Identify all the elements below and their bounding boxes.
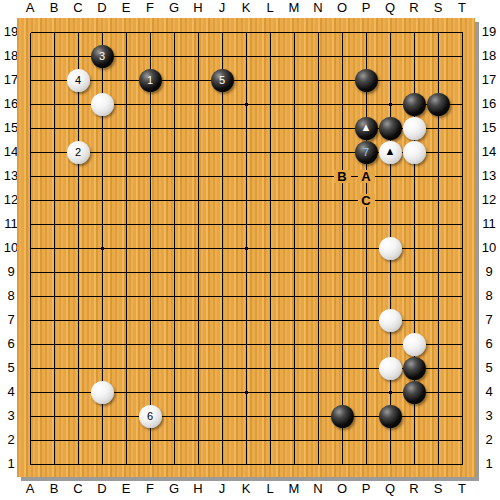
triangle-mark-icon: ▲ (361, 122, 372, 134)
stone-black-P15[interactable]: ▲ (355, 117, 378, 140)
coord-label: J (210, 481, 234, 497)
move-number: 2 (75, 147, 81, 158)
coord-label: O (330, 481, 354, 497)
coord-label: C (66, 481, 90, 497)
stone-white-Q14[interactable]: ▲ (379, 141, 402, 164)
stone-black-R4[interactable] (403, 381, 426, 404)
coord-label: E (114, 481, 138, 497)
coord-label: M (282, 481, 306, 497)
move-number: 3 (99, 51, 105, 62)
go-diagram-screen: ABCDEFGHJKLMNOPQRST ABCDEFGHJKLMNOPQRST … (0, 0, 500, 500)
coord-label: Q (378, 481, 402, 497)
coord-label: F (138, 481, 162, 497)
move-number: 1 (147, 75, 153, 86)
stone-black-O3[interactable] (331, 405, 354, 428)
coord-label: O (330, 0, 354, 16)
coord-label: 15 (478, 120, 500, 136)
coord-label: B (42, 0, 66, 16)
letter-marker-A[interactable]: A (358, 170, 375, 183)
stone-black-P14[interactable]: 7 (355, 141, 378, 164)
coord-label: H (186, 481, 210, 497)
stone-white-R15[interactable] (403, 117, 426, 140)
stone-white-Q7[interactable] (379, 309, 402, 332)
coord-label: N (306, 0, 330, 16)
board-intersections: 3415▲27▲6BAC (18, 20, 474, 476)
coord-label: 7 (478, 312, 500, 328)
stone-black-D18[interactable]: 3 (91, 45, 114, 68)
go-board[interactable]: 3415▲27▲6BAC (17, 18, 475, 477)
stone-white-R14[interactable] (403, 141, 426, 164)
coord-label: 16 (478, 96, 500, 112)
stone-black-F17[interactable]: 1 (139, 69, 162, 92)
coord-label: 8 (478, 288, 500, 304)
coord-label: D (90, 481, 114, 497)
coord-label: 10 (478, 240, 500, 256)
stone-white-F3[interactable]: 6 (139, 405, 162, 428)
coord-label: M (282, 0, 306, 16)
move-number: 6 (147, 411, 153, 422)
stone-black-R16[interactable] (403, 93, 426, 116)
stone-white-D4[interactable] (91, 381, 114, 404)
coord-label: C (66, 0, 90, 16)
coord-label: K (234, 0, 258, 16)
coord-label: 1 (478, 456, 500, 472)
coord-label: G (162, 0, 186, 16)
move-number: 7 (363, 147, 369, 158)
coord-label: S (426, 481, 450, 497)
coord-label: D (90, 0, 114, 16)
stone-white-Q5[interactable] (379, 357, 402, 380)
stone-black-P17[interactable] (355, 69, 378, 92)
coord-label: Q (378, 0, 402, 16)
coord-label: 9 (478, 264, 500, 280)
stone-white-R6[interactable] (403, 333, 426, 356)
coord-label: 11 (478, 216, 500, 232)
coord-label: 5 (478, 360, 500, 376)
coord-label: L (258, 481, 282, 497)
coord-label: T (450, 0, 474, 16)
coord-label: R (402, 481, 426, 497)
coord-label: 19 (478, 24, 500, 40)
coord-label: J (210, 0, 234, 16)
coord-label: 18 (478, 48, 500, 64)
stone-black-Q3[interactable] (379, 405, 402, 428)
coord-label: H (186, 0, 210, 16)
coord-label: 14 (478, 144, 500, 160)
stone-white-D16[interactable] (91, 93, 114, 116)
coord-label: 3 (478, 408, 500, 424)
coord-label: N (306, 481, 330, 497)
letter-marker-B[interactable]: B (334, 170, 351, 183)
move-number: 5 (219, 75, 225, 86)
coord-label: 12 (478, 192, 500, 208)
coord-label: A (18, 481, 42, 497)
coord-label: 17 (478, 72, 500, 88)
coord-label: L (258, 0, 282, 16)
coord-label: 2 (478, 432, 500, 448)
coord-label: 13 (478, 168, 500, 184)
letter-marker-C[interactable]: C (358, 194, 375, 207)
coord-label: F (138, 0, 162, 16)
move-number: 4 (75, 75, 81, 86)
coord-label: E (114, 0, 138, 16)
stone-black-S16[interactable] (427, 93, 450, 116)
coord-label: 6 (478, 336, 500, 352)
stone-white-C17[interactable]: 4 (67, 69, 90, 92)
stone-white-C14[interactable]: 2 (67, 141, 90, 164)
stone-white-Q10[interactable] (379, 237, 402, 260)
coord-label: 4 (478, 384, 500, 400)
triangle-mark-icon: ▲ (385, 146, 396, 158)
stone-black-J17[interactable]: 5 (211, 69, 234, 92)
coord-label: R (402, 0, 426, 16)
coord-label: A (18, 0, 42, 16)
coord-label: P (354, 481, 378, 497)
stone-black-Q15[interactable] (379, 117, 402, 140)
coord-label: G (162, 481, 186, 497)
stone-black-R5[interactable] (403, 357, 426, 380)
coord-label: T (450, 481, 474, 497)
coord-label: P (354, 0, 378, 16)
coord-label: S (426, 0, 450, 16)
coord-label: B (42, 481, 66, 497)
coord-label: K (234, 481, 258, 497)
